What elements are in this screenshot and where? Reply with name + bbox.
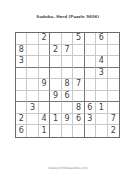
- cell-r6c5: 6: [62, 91, 73, 103]
- cell-r4c6: [73, 68, 84, 80]
- cell-r2c4: 2: [50, 45, 61, 57]
- cell-r5c6: 7: [73, 79, 84, 91]
- cell-r7c9: [108, 102, 119, 114]
- printable-sudoku-page: Sudoku, Hard (Puzzle 9606) 2568273439879…: [0, 0, 136, 176]
- cell-r2c5: 7: [62, 45, 73, 57]
- cell-r4c4: [50, 68, 61, 80]
- cell-r8c9: 7: [108, 114, 119, 126]
- cell-r8c8: [96, 114, 107, 126]
- cell-r8c4: 1: [50, 114, 61, 126]
- cell-r7c2: 3: [27, 102, 38, 114]
- cell-r9c5: [62, 125, 73, 137]
- cell-r2c6: [73, 45, 84, 57]
- cell-r1c8: 6: [96, 33, 107, 45]
- cell-r6c4: 9: [50, 91, 61, 103]
- cell-r4c9: [108, 68, 119, 80]
- cell-r1c4: [50, 33, 61, 45]
- cell-r4c8: 3: [96, 68, 107, 80]
- cell-r3c5: [62, 56, 73, 68]
- cell-r8c1: 2: [16, 114, 27, 126]
- cell-r1c2: [27, 33, 38, 45]
- cell-r2c2: [27, 45, 38, 57]
- cell-r5c3: 9: [39, 79, 50, 91]
- cell-r2c7: [85, 45, 96, 57]
- cell-r9c1: 6: [16, 125, 27, 137]
- cell-r2c3: [39, 45, 50, 57]
- cell-r6c8: [96, 91, 107, 103]
- cell-r3c3: [39, 56, 50, 68]
- cell-r1c5: [62, 33, 73, 45]
- cell-r9c7: [85, 125, 96, 137]
- cell-r4c5: [62, 68, 73, 80]
- footer: www.printfreesudoku.com: [0, 163, 136, 172]
- cell-r6c9: [108, 91, 119, 103]
- cell-r9c9: 2: [108, 125, 119, 137]
- cell-r4c2: [27, 68, 38, 80]
- cell-r5c2: [27, 79, 38, 91]
- cell-r2c9: [108, 45, 119, 57]
- cell-r7c4: [50, 102, 61, 114]
- sudoku-grid: 2568273439879638612419637612: [15, 32, 120, 138]
- cell-r8c5: 9: [62, 114, 73, 126]
- cell-r5c8: [96, 79, 107, 91]
- cell-r3c2: [27, 56, 38, 68]
- cell-r5c4: [50, 79, 61, 91]
- cell-r6c3: [39, 91, 50, 103]
- cell-r9c3: 1: [39, 125, 50, 137]
- cell-r7c3: [39, 102, 50, 114]
- cell-r8c7: 3: [85, 114, 96, 126]
- cell-r8c3: 4: [39, 114, 50, 126]
- cell-r1c7: [85, 33, 96, 45]
- page-title: Sudoku, Hard (Puzzle 9606): [0, 12, 136, 23]
- cell-r3c8: 4: [96, 56, 107, 68]
- cell-r3c7: [85, 56, 96, 68]
- cell-r4c7: [85, 68, 96, 80]
- cell-r7c7: 6: [85, 102, 96, 114]
- cell-r3c4: [50, 56, 61, 68]
- cell-r8c6: 6: [73, 114, 84, 126]
- cell-r7c8: 1: [96, 102, 107, 114]
- cell-r6c6: [73, 91, 84, 103]
- cell-r5c1: [16, 79, 27, 91]
- cell-r9c4: [50, 125, 61, 137]
- cell-r7c6: 8: [73, 102, 84, 114]
- cell-r6c1: [16, 91, 27, 103]
- cell-r9c6: [73, 125, 84, 137]
- cell-r4c1: [16, 68, 27, 80]
- cell-r6c2: [27, 91, 38, 103]
- cell-r1c6: 5: [73, 33, 84, 45]
- cell-r9c2: [27, 125, 38, 137]
- cell-r2c8: [96, 45, 107, 57]
- cell-r1c9: [108, 33, 119, 45]
- cell-r1c1: [16, 33, 27, 45]
- cell-r3c9: [108, 56, 119, 68]
- cell-r2c1: 8: [16, 45, 27, 57]
- footer-url-text: www.printfreesudoku.com: [48, 166, 87, 169]
- cell-r7c1: [16, 102, 27, 114]
- cell-r4c3: [39, 68, 50, 80]
- cell-r6c7: [85, 91, 96, 103]
- cell-r3c6: [73, 56, 84, 68]
- cell-r1c3: 2: [39, 33, 50, 45]
- cell-r5c7: [85, 79, 96, 91]
- cell-r3c1: 3: [16, 56, 27, 68]
- cell-r5c9: [108, 79, 119, 91]
- cell-r8c2: [27, 114, 38, 126]
- cell-r9c8: [96, 125, 107, 137]
- page-title-text: Sudoku, Hard (Puzzle 9606): [37, 15, 100, 19]
- cell-r7c5: [62, 102, 73, 114]
- cell-r5c5: 8: [62, 79, 73, 91]
